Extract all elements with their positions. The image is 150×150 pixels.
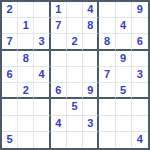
- cell-r2c6[interactable]: 8: [83, 18, 99, 34]
- cell-r6c6[interactable]: 9: [83, 83, 99, 99]
- cell-r1c5[interactable]: [67, 2, 83, 18]
- cell-r5c3[interactable]: 4: [34, 67, 50, 83]
- cell-r4c4[interactable]: [51, 51, 67, 67]
- cell-r2c5[interactable]: [67, 18, 83, 34]
- cell-r4c8[interactable]: 9: [116, 51, 132, 67]
- cell-r4c1[interactable]: [2, 51, 18, 67]
- cell-r5c1[interactable]: 6: [2, 67, 18, 83]
- cell-r3c5[interactable]: 2: [67, 34, 83, 50]
- cell-r6c4[interactable]: 6: [51, 83, 67, 99]
- cell-r3c1[interactable]: 7: [2, 34, 18, 50]
- cell-r8c3[interactable]: [34, 116, 50, 132]
- cell-r9c8[interactable]: [116, 132, 132, 148]
- cell-r9c9[interactable]: 4: [132, 132, 148, 148]
- cell-r2c1[interactable]: [2, 18, 18, 34]
- cell-r7c1[interactable]: [2, 99, 18, 115]
- cell-r6c9[interactable]: [132, 83, 148, 99]
- cell-r1c1[interactable]: 2: [2, 2, 18, 18]
- cell-r7c5[interactable]: 5: [67, 99, 83, 115]
- cell-r2c9[interactable]: [132, 18, 148, 34]
- cell-r3c7[interactable]: 8: [99, 34, 115, 50]
- cell-r1c3[interactable]: [34, 2, 50, 18]
- cell-r3c6[interactable]: [83, 34, 99, 50]
- cell-r8c1[interactable]: [2, 116, 18, 132]
- cell-r7c7[interactable]: [99, 99, 115, 115]
- cell-r8c6[interactable]: 3: [83, 116, 99, 132]
- cell-r9c1[interactable]: 5: [2, 132, 18, 148]
- cell-r3c4[interactable]: [51, 34, 67, 50]
- cell-r6c3[interactable]: [34, 83, 50, 99]
- cell-r4c5[interactable]: [67, 51, 83, 67]
- cell-r5c9[interactable]: 3: [132, 67, 148, 83]
- cell-r3c2[interactable]: [18, 34, 34, 50]
- cell-r2c7[interactable]: [99, 18, 115, 34]
- sudoku-board: 2149178473286896473269554354: [0, 0, 150, 150]
- cell-r5c4[interactable]: [51, 67, 67, 83]
- cell-r9c3[interactable]: [34, 132, 50, 148]
- cell-r5c5[interactable]: [67, 67, 83, 83]
- cell-r6c1[interactable]: [2, 83, 18, 99]
- cell-r7c6[interactable]: [83, 99, 99, 115]
- cell-r6c2[interactable]: 2: [18, 83, 34, 99]
- cell-r6c5[interactable]: [67, 83, 83, 99]
- cell-r1c2[interactable]: [18, 2, 34, 18]
- cell-r3c9[interactable]: 6: [132, 34, 148, 50]
- cell-r2c2[interactable]: 1: [18, 18, 34, 34]
- cell-r7c9[interactable]: [132, 99, 148, 115]
- cell-r1c9[interactable]: 9: [132, 2, 148, 18]
- cell-r6c8[interactable]: 5: [116, 83, 132, 99]
- cell-r1c8[interactable]: [116, 2, 132, 18]
- cell-r6c7[interactable]: [99, 83, 115, 99]
- cell-r7c2[interactable]: [18, 99, 34, 115]
- cell-r3c8[interactable]: [116, 34, 132, 50]
- cell-r9c7[interactable]: [99, 132, 115, 148]
- cell-r5c2[interactable]: [18, 67, 34, 83]
- cell-r1c7[interactable]: [99, 2, 115, 18]
- cell-r8c5[interactable]: [67, 116, 83, 132]
- cell-r8c8[interactable]: [116, 116, 132, 132]
- cell-r2c3[interactable]: [34, 18, 50, 34]
- cell-r5c7[interactable]: 7: [99, 67, 115, 83]
- cell-r4c7[interactable]: [99, 51, 115, 67]
- cell-r2c8[interactable]: 4: [116, 18, 132, 34]
- cell-r1c4[interactable]: 1: [51, 2, 67, 18]
- cell-r3c3[interactable]: 3: [34, 34, 50, 50]
- cell-r5c8[interactable]: [116, 67, 132, 83]
- cell-r5c6[interactable]: [83, 67, 99, 83]
- cell-r7c3[interactable]: [34, 99, 50, 115]
- cell-r8c9[interactable]: [132, 116, 148, 132]
- cell-r4c2[interactable]: 8: [18, 51, 34, 67]
- cell-r8c7[interactable]: [99, 116, 115, 132]
- cell-r9c6[interactable]: [83, 132, 99, 148]
- cell-r1c6[interactable]: 4: [83, 2, 99, 18]
- cell-r4c3[interactable]: [34, 51, 50, 67]
- cell-r8c4[interactable]: 4: [51, 116, 67, 132]
- cell-r4c9[interactable]: [132, 51, 148, 67]
- cell-r9c4[interactable]: [51, 132, 67, 148]
- cell-r2c4[interactable]: 7: [51, 18, 67, 34]
- cell-r9c5[interactable]: [67, 132, 83, 148]
- cell-r8c2[interactable]: [18, 116, 34, 132]
- cell-r7c8[interactable]: [116, 99, 132, 115]
- cell-r4c6[interactable]: [83, 51, 99, 67]
- cell-r7c4[interactable]: [51, 99, 67, 115]
- cell-r9c2[interactable]: [18, 132, 34, 148]
